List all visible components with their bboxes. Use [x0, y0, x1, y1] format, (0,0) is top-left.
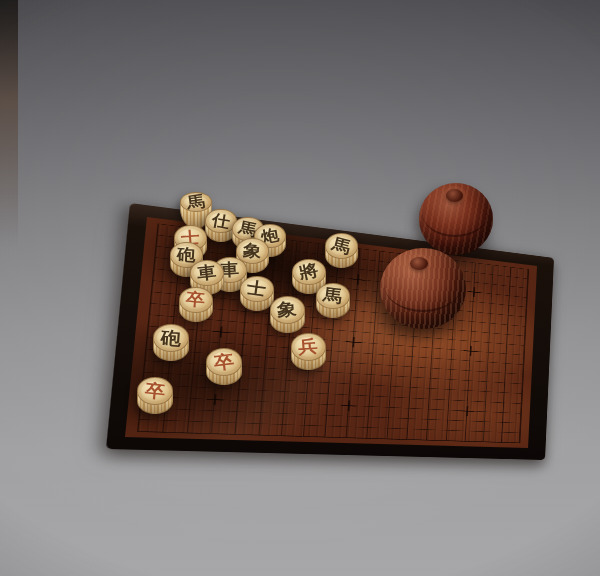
board-cell	[214, 399, 238, 411]
xiangqi-piece[interactable]: 將	[292, 259, 326, 286]
board-cell	[484, 432, 503, 443]
board-cell	[304, 425, 326, 437]
board-cell	[164, 421, 190, 433]
scene: 馬仕士砲車卒馬炮象車士象砲卒卒馬將馬兵	[0, 0, 600, 576]
piece-top-face: 馬	[316, 283, 350, 310]
board-cell	[388, 428, 409, 439]
piece-character: 將	[298, 262, 320, 282]
board-cell	[388, 418, 409, 429]
board-cell	[190, 398, 215, 410]
board-cell	[408, 429, 428, 440]
board-cell	[326, 415, 348, 427]
board-cell	[260, 413, 283, 425]
xiangqi-piece[interactable]: 馬	[325, 233, 358, 259]
piece-character: 砲	[160, 328, 181, 347]
piece-character: 馬	[186, 193, 206, 211]
board-cell	[368, 417, 389, 428]
xiangqi-piece[interactable]: 卒	[179, 287, 213, 314]
board-cell	[465, 431, 484, 442]
board-cell	[502, 423, 520, 434]
board-cell	[236, 423, 260, 435]
piece-character: 馬	[323, 287, 344, 306]
xiangqi-piece[interactable]: 砲	[153, 324, 189, 352]
piece-top-face: 將	[292, 259, 326, 286]
piece-character: 卒	[144, 381, 166, 401]
xiangqi-piece[interactable]: 車	[190, 260, 224, 287]
board-cell	[389, 407, 410, 418]
board-cell	[427, 430, 447, 441]
go-bowl-lower[interactable]	[380, 248, 466, 329]
board-cell	[305, 415, 327, 427]
board-cell	[446, 430, 465, 441]
board-cell	[282, 425, 305, 437]
board-cell	[213, 411, 238, 423]
piece-character: 象	[276, 301, 297, 320]
board-cell	[408, 419, 428, 430]
piece-top-face: 卒	[179, 287, 213, 314]
piece-top-face: 象	[270, 296, 305, 323]
piece-top-face: 車	[190, 260, 224, 287]
board-cell	[261, 402, 284, 414]
board-cell	[485, 412, 504, 423]
board-cell	[259, 424, 282, 436]
xiangqi-piece[interactable]: 馬	[316, 283, 350, 310]
bowl-lid-knob	[410, 257, 428, 270]
xiangqi-piece[interactable]: 兵	[291, 333, 326, 360]
board-cell	[305, 404, 327, 416]
board-cell	[347, 427, 369, 438]
board-cell	[238, 401, 262, 413]
board-cell	[369, 407, 390, 418]
piece-character: 馬	[330, 236, 352, 256]
piece-top-face: 卒	[206, 348, 242, 376]
board-cell	[484, 422, 503, 433]
board-cell	[466, 421, 485, 432]
bowl-lid-knob	[446, 189, 463, 202]
piece-top-face: 砲	[153, 324, 189, 352]
backdrop-left-edge	[0, 0, 18, 250]
board-cell	[347, 416, 368, 427]
board-cell	[325, 426, 347, 437]
board-cell	[327, 405, 349, 417]
piece-character: 仕	[211, 212, 231, 231]
board-cell	[282, 414, 305, 426]
board-cell	[348, 406, 369, 418]
piece-top-face: 卒	[137, 377, 173, 405]
board-cell	[448, 410, 467, 421]
board-cell	[283, 403, 306, 415]
xiangqi-piece[interactable]: 象	[270, 296, 305, 323]
piece-character: 兵	[298, 338, 319, 357]
board-cell	[165, 409, 191, 422]
board-cell	[367, 428, 388, 439]
piece-character: 卒	[186, 291, 206, 309]
piece-character: 士	[246, 279, 267, 298]
piece-character: 車	[197, 264, 218, 283]
board-cell	[502, 432, 520, 442]
board-cell	[237, 412, 261, 424]
go-bowl-upper[interactable]	[419, 183, 493, 255]
xiangqi-piece[interactable]: 卒	[206, 348, 242, 376]
board-cell	[188, 421, 213, 433]
board-cell	[409, 408, 429, 419]
piece-top-face: 兵	[291, 333, 326, 360]
board-cell	[189, 410, 214, 422]
board-cell	[429, 409, 449, 420]
board-cell	[212, 422, 237, 434]
xiangqi-piece[interactable]: 卒	[137, 377, 173, 405]
piece-top-face: 馬	[325, 233, 358, 259]
board-cell	[447, 420, 466, 431]
board-cell	[138, 420, 164, 433]
board-cell	[428, 420, 448, 431]
piece-character: 卒	[213, 352, 235, 372]
